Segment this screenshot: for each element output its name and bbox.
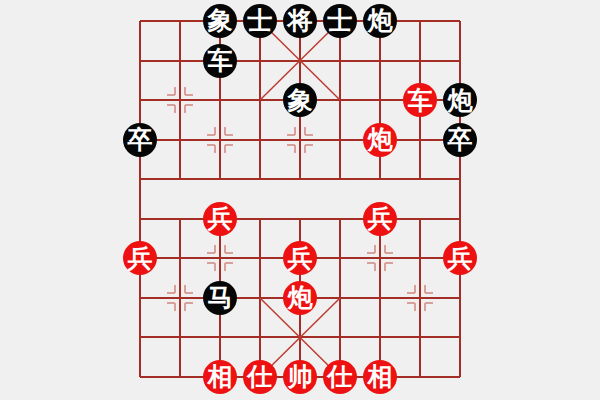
xiangqi-app: 象士将士炮车象车炮卒炮卒兵兵兵兵兵马炮相仕帅仕相 [0,0,600,400]
piece-red-soldier-c5[interactable]: 兵 [283,241,317,275]
piece-red-advisor-c4[interactable]: 仕 [243,360,277,394]
piece-red-chariot-c8[interactable]: 车 [403,83,437,117]
piece-black-general[interactable]: 将 [283,4,317,38]
piece-black-advisor-c6[interactable]: 士 [323,4,357,38]
piece-black-cannon-c7[interactable]: 炮 [363,4,397,38]
piece-black-chariot-c3[interactable]: 车 [203,44,237,78]
piece-red-advisor-c6[interactable]: 仕 [323,360,357,394]
xiangqi-board[interactable]: 象士将士炮车象车炮卒炮卒兵兵兵兵兵马炮相仕帅仕相 [120,1,480,397]
piece-red-soldier-c7[interactable]: 兵 [363,202,397,236]
piece-black-elephant-c5[interactable]: 象 [283,83,317,117]
piece-red-elephant-c3[interactable]: 相 [203,360,237,394]
piece-black-soldier-c1[interactable]: 卒 [123,123,157,157]
piece-red-soldier-c1[interactable]: 兵 [123,241,157,275]
piece-red-soldier-c9[interactable]: 兵 [443,241,477,275]
piece-black-cannon-c9[interactable]: 炮 [443,83,477,117]
piece-red-king[interactable]: 帅 [283,360,317,394]
piece-red-cannon-c7[interactable]: 炮 [363,123,397,157]
piece-red-soldier-c3[interactable]: 兵 [203,202,237,236]
piece-black-advisor-c4[interactable]: 士 [243,4,277,38]
piece-black-elephant-c3[interactable]: 象 [203,4,237,38]
piece-black-horse-c3[interactable]: 马 [203,281,237,315]
piece-black-soldier-c9[interactable]: 卒 [443,123,477,157]
piece-red-cannon-c5[interactable]: 炮 [283,281,317,315]
piece-red-elephant-c7[interactable]: 相 [363,360,397,394]
